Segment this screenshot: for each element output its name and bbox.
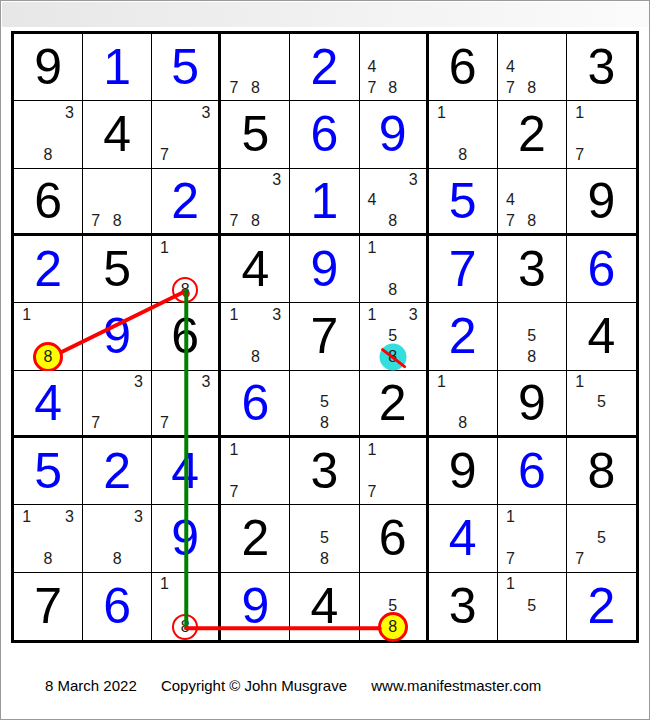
cell-r7c4[interactable]: 17 — [221, 438, 290, 505]
pencil-mark: 8 — [382, 211, 403, 231]
given-digit: 4 — [311, 581, 339, 631]
solved-digit: 6 — [311, 109, 339, 159]
cell-r5c6[interactable]: 1358 — [360, 303, 429, 370]
sudoku-board: 9157824786478338437569182176782378134854… — [11, 31, 639, 643]
cell-r7c2[interactable]: 2 — [83, 438, 152, 505]
cell-r8c7[interactable]: 4 — [429, 505, 498, 572]
cell-r6c4[interactable]: 6 — [221, 371, 290, 438]
cell-r1c5[interactable]: 2 — [290, 34, 359, 101]
solved-digit: 4 — [34, 378, 62, 428]
pencil-marks: 18 — [431, 102, 495, 165]
pencil-mark: 7 — [85, 211, 106, 231]
given-digit: 5 — [241, 109, 269, 159]
pencil-mark: 3 — [59, 506, 80, 527]
pencil-marks: 58 — [292, 506, 356, 569]
given-digit: 4 — [241, 244, 269, 294]
cell-r2c5[interactable]: 6 — [290, 101, 359, 168]
cell-r2c8[interactable]: 2 — [498, 101, 567, 168]
cell-r5c3[interactable]: 6 — [152, 303, 221, 370]
pencil-mark: 7 — [154, 413, 175, 433]
cell-r1c3[interactable]: 5 — [152, 34, 221, 101]
given-digit: 9 — [34, 42, 62, 92]
pencil-mark: 3 — [128, 506, 149, 527]
pencil-marks: 1358 — [362, 304, 424, 367]
pencil-mark: 8 — [106, 211, 127, 231]
given-digit: 3 — [449, 581, 477, 631]
pencil-mark: 5 — [314, 392, 335, 412]
solved-digit: 4 — [449, 513, 477, 563]
solved-digit: 4 — [171, 446, 199, 496]
cell-r3c8[interactable]: 478 — [498, 169, 567, 236]
cell-r7c9[interactable]: 8 — [567, 438, 636, 505]
cell-r4c9[interactable]: 6 — [567, 236, 636, 303]
cell-r5c8[interactable]: 58 — [498, 303, 567, 370]
cell-r2c1[interactable]: 38 — [14, 101, 83, 168]
cell-r6c3[interactable]: 37 — [152, 371, 221, 438]
footer: 8 March 2022 Copyright © John Musgrave w… — [1, 677, 650, 694]
cell-r1c7[interactable]: 6 — [429, 34, 498, 101]
pencil-mark: 7 — [569, 145, 591, 166]
pencil-marks: 38 — [16, 102, 80, 165]
given-digit: 7 — [311, 311, 339, 361]
cell-r6c5[interactable]: 58 — [290, 371, 359, 438]
cell-r7c6[interactable]: 17 — [360, 438, 429, 505]
pencil-mark: 5 — [521, 595, 542, 616]
cell-r3c6[interactable]: 348 — [360, 169, 429, 236]
given-digit: 2 — [241, 513, 269, 563]
solved-digit: 1 — [311, 176, 339, 226]
pencil-mark: 1 — [362, 439, 383, 460]
cell-r7c1[interactable]: 5 — [14, 438, 83, 505]
pencil-mark: 1 — [16, 304, 37, 325]
cell-r1c1[interactable]: 9 — [14, 34, 83, 101]
cell-r4c3[interactable]: 18 — [152, 236, 221, 303]
cell-r9c8[interactable]: 15 — [498, 573, 567, 640]
pencil-marks: 18 — [362, 237, 424, 300]
cell-r8c2[interactable]: 38 — [83, 505, 152, 572]
cell-r9c6[interactable]: 58 — [360, 573, 429, 640]
pencil-mark: 8 — [37, 347, 58, 368]
cell-r5c2[interactable]: 9 — [83, 303, 152, 370]
pencil-mark: 1 — [500, 506, 521, 527]
cell-r7c3[interactable]: 4 — [152, 438, 221, 505]
cell-r5c1[interactable]: 18 — [14, 303, 83, 370]
footer-copyright: Copyright © John Musgrave — [161, 677, 347, 694]
pencil-mark: 1 — [223, 439, 244, 460]
pencil-mark: 7 — [223, 481, 244, 502]
pencil-mark: 1 — [362, 237, 383, 258]
cell-r7c7[interactable]: 9 — [429, 438, 498, 505]
cell-r2c9[interactable]: 17 — [567, 101, 636, 168]
given-digit: 4 — [103, 109, 131, 159]
cell-r8c3[interactable]: 9 — [152, 505, 221, 572]
cell-r5c4[interactable]: 138 — [221, 303, 290, 370]
pencil-marks: 18 — [16, 304, 80, 367]
given-digit: 3 — [588, 42, 616, 92]
pencil-mark: 8 — [452, 413, 473, 433]
cell-r7c5[interactable]: 3 — [290, 438, 359, 505]
cell-r5c7[interactable]: 2 — [429, 303, 498, 370]
pencil-mark: 7 — [569, 549, 591, 570]
cell-r4c7[interactable]: 7 — [429, 236, 498, 303]
pencil-marks: 58 — [292, 372, 356, 433]
solved-digit: 7 — [449, 244, 477, 294]
pencil-marks: 138 — [223, 304, 287, 367]
solved-digit: 6 — [518, 446, 546, 496]
solved-digit: 5 — [171, 42, 199, 92]
cell-r4c8[interactable]: 3 — [498, 236, 567, 303]
solved-digit: 9 — [241, 581, 269, 631]
solved-digit: 5 — [34, 446, 62, 496]
cell-r3c1[interactable]: 6 — [14, 169, 83, 236]
cell-r5c5[interactable]: 7 — [290, 303, 359, 370]
cell-r6c6[interactable]: 2 — [360, 371, 429, 438]
cell-r1c8[interactable]: 478 — [498, 34, 567, 101]
solved-digit: 9 — [171, 513, 199, 563]
pencil-mark: 8 — [106, 549, 127, 570]
cell-r9c2[interactable]: 6 — [83, 573, 152, 640]
solved-digit: 6 — [103, 581, 131, 631]
given-digit: 2 — [518, 109, 546, 159]
solved-digit: 2 — [171, 176, 199, 226]
pencil-marks: 17 — [362, 439, 424, 502]
given-digit: 9 — [518, 378, 546, 428]
cell-r8c6[interactable]: 6 — [360, 505, 429, 572]
pencil-mark: 3 — [403, 170, 424, 190]
pencil-mark: 7 — [85, 413, 106, 433]
cell-r8c4[interactable]: 2 — [221, 505, 290, 572]
footer-date: 8 March 2022 — [45, 677, 137, 694]
pencil-marks: 38 — [85, 506, 149, 569]
given-digit: 8 — [588, 446, 616, 496]
cell-r4c1[interactable]: 2 — [14, 236, 83, 303]
pencil-mark: 5 — [591, 392, 613, 412]
pencil-marks: 138 — [16, 506, 80, 569]
cell-r4c5[interactable]: 9 — [290, 236, 359, 303]
given-digit: 9 — [588, 176, 616, 226]
pencil-marks: 37 — [85, 372, 149, 433]
pencil-mark: 1 — [500, 574, 521, 595]
pencil-mark: 7 — [154, 145, 175, 166]
pencil-mark: 3 — [266, 304, 287, 325]
cell-r9c4[interactable]: 9 — [221, 573, 290, 640]
cell-r3c3[interactable]: 2 — [152, 169, 221, 236]
given-digit: 6 — [171, 311, 199, 361]
pencil-mark: 4 — [500, 190, 521, 210]
pencil-mark: 1 — [431, 372, 452, 392]
cell-r9c7[interactable]: 3 — [429, 573, 498, 640]
pencil-mark: 3 — [196, 372, 217, 392]
pencil-marks: 18 — [154, 237, 216, 300]
given-digit: 7 — [34, 581, 62, 631]
pencil-mark: 1 — [154, 237, 175, 258]
pencil-mark: 1 — [223, 304, 244, 325]
pencil-mark: 1 — [569, 102, 591, 123]
pencil-mark: 8 — [382, 279, 403, 300]
solved-digit: 2 — [34, 244, 62, 294]
pencil-mark: 8 — [245, 77, 266, 98]
pencil-mark: 1 — [569, 372, 591, 392]
given-digit: 6 — [379, 513, 407, 563]
pencil-marks: 58 — [362, 574, 424, 638]
given-digit: 3 — [311, 446, 339, 496]
solved-digit: 6 — [588, 244, 616, 294]
pencil-marks: 478 — [500, 170, 564, 231]
solved-digit: 9 — [103, 311, 131, 361]
cell-r4c4[interactable]: 4 — [221, 236, 290, 303]
cell-r6c9[interactable]: 15 — [567, 371, 636, 438]
pencil-mark: 7 — [223, 77, 244, 98]
pencil-marks: 17 — [223, 439, 287, 502]
page: 9157824786478338437569182176782378134854… — [0, 0, 650, 720]
pencil-marks: 15 — [569, 372, 634, 433]
pencil-mark: 5 — [314, 527, 335, 548]
pencil-mark: 5 — [591, 527, 613, 548]
cell-r6c1[interactable]: 4 — [14, 371, 83, 438]
pencil-mark: 8 — [521, 77, 542, 98]
pencil-mark: 8 — [245, 347, 266, 368]
pencil-mark: 1 — [16, 506, 37, 527]
pencil-marks: 37 — [154, 372, 216, 433]
cell-r6c2[interactable]: 37 — [83, 371, 152, 438]
cell-r6c8[interactable]: 9 — [498, 371, 567, 438]
pencil-mark: 8 — [521, 347, 542, 368]
cell-r6c7[interactable]: 18 — [429, 371, 498, 438]
cell-r9c9[interactable]: 2 — [567, 573, 636, 640]
cell-r9c1[interactable]: 7 — [14, 573, 83, 640]
cell-r2c3[interactable]: 37 — [152, 101, 221, 168]
top-strip — [2, 2, 649, 27]
cell-r2c4[interactable]: 5 — [221, 101, 290, 168]
given-digit: 9 — [449, 446, 477, 496]
pencil-mark: 8 — [245, 211, 266, 231]
pencil-mark: 5 — [521, 325, 542, 346]
pencil-marks: 37 — [154, 102, 216, 165]
cell-r8c9[interactable]: 57 — [567, 505, 636, 572]
pencil-marks: 58 — [500, 304, 564, 367]
pencil-marks: 478 — [362, 35, 424, 98]
pencil-mark: 8 — [314, 549, 335, 570]
cell-r5c9[interactable]: 4 — [567, 303, 636, 370]
solved-digit: 2 — [103, 446, 131, 496]
pencil-mark: 1 — [431, 102, 452, 123]
cell-r3c9[interactable]: 9 — [567, 169, 636, 236]
solved-digit: 1 — [103, 42, 131, 92]
cell-r9c5[interactable]: 4 — [290, 573, 359, 640]
pencil-marks: 15 — [500, 574, 564, 638]
cell-r8c1[interactable]: 138 — [14, 505, 83, 572]
cell-r2c2[interactable]: 4 — [83, 101, 152, 168]
solved-digit: 9 — [379, 109, 407, 159]
cell-r8c5[interactable]: 58 — [290, 505, 359, 572]
pencil-marks: 18 — [431, 372, 495, 433]
cell-r2c6[interactable]: 9 — [360, 101, 429, 168]
pencil-mark: 8 — [314, 413, 335, 433]
pencil-marks: 348 — [362, 170, 424, 231]
cell-r4c2[interactable]: 5 — [83, 236, 152, 303]
cell-r3c2[interactable]: 78 — [83, 169, 152, 236]
pencil-mark: 8 — [382, 617, 403, 638]
pencil-mark: 3 — [59, 102, 80, 123]
pencil-mark: 8 — [382, 347, 403, 368]
pencil-marks: 478 — [500, 35, 564, 98]
pencil-mark: 8 — [382, 77, 403, 98]
pencil-mark: 8 — [37, 549, 58, 570]
given-digit: 6 — [449, 42, 477, 92]
cell-r7c8[interactable]: 6 — [498, 438, 567, 505]
pencil-mark: 4 — [362, 190, 383, 210]
pencil-marks: 57 — [569, 506, 634, 569]
pencil-mark: 3 — [266, 170, 287, 190]
pencil-mark: 8 — [37, 145, 58, 166]
pencil-marks: 17 — [500, 506, 564, 569]
solved-digit: 5 — [449, 176, 477, 226]
cell-r3c7[interactable]: 5 — [429, 169, 498, 236]
pencil-mark: 3 — [128, 372, 149, 392]
cell-r1c4[interactable]: 78 — [221, 34, 290, 101]
solved-digit: 2 — [588, 581, 616, 631]
given-digit: 2 — [379, 378, 407, 428]
pencil-marks: 378 — [223, 170, 287, 231]
pencil-mark: 7 — [362, 481, 383, 502]
pencil-marks: 18 — [154, 574, 216, 638]
solved-digit: 2 — [311, 42, 339, 92]
pencil-mark: 8 — [452, 145, 473, 166]
solved-digit: 6 — [241, 378, 269, 428]
pencil-mark: 7 — [362, 77, 383, 98]
pencil-mark: 7 — [500, 549, 521, 570]
solved-digit: 9 — [311, 244, 339, 294]
footer-site: www.manifestmaster.com — [371, 677, 541, 694]
cell-r3c4[interactable]: 378 — [221, 169, 290, 236]
given-digit: 6 — [34, 176, 62, 226]
cell-r1c6[interactable]: 478 — [360, 34, 429, 101]
pencil-mark: 4 — [362, 56, 383, 77]
pencil-mark: 7 — [223, 211, 244, 231]
cell-r4c6[interactable]: 18 — [360, 236, 429, 303]
pencil-mark: 3 — [403, 304, 424, 325]
pencil-mark: 7 — [500, 211, 521, 231]
cell-r1c9[interactable]: 3 — [567, 34, 636, 101]
cell-r3c5[interactable]: 1 — [290, 169, 359, 236]
solved-digit: 2 — [449, 311, 477, 361]
pencil-mark: 8 — [521, 211, 542, 231]
pencil-mark: 8 — [175, 279, 196, 300]
cell-r2c7[interactable]: 18 — [429, 101, 498, 168]
cell-r9c3[interactable]: 18 — [152, 573, 221, 640]
cell-r8c8[interactable]: 17 — [498, 505, 567, 572]
pencil-marks: 17 — [569, 102, 634, 165]
given-digit: 5 — [103, 244, 131, 294]
pencil-mark: 4 — [500, 56, 521, 77]
pencil-mark: 3 — [196, 102, 217, 123]
pencil-marks: 78 — [85, 170, 149, 231]
pencil-marks: 78 — [223, 35, 287, 98]
cell-r1c2[interactable]: 1 — [83, 34, 152, 101]
pencil-mark: 1 — [154, 574, 175, 595]
given-digit: 4 — [588, 311, 616, 361]
pencil-mark: 7 — [500, 77, 521, 98]
pencil-mark: 8 — [175, 617, 196, 638]
given-digit: 3 — [518, 244, 546, 294]
pencil-mark: 1 — [362, 304, 383, 325]
